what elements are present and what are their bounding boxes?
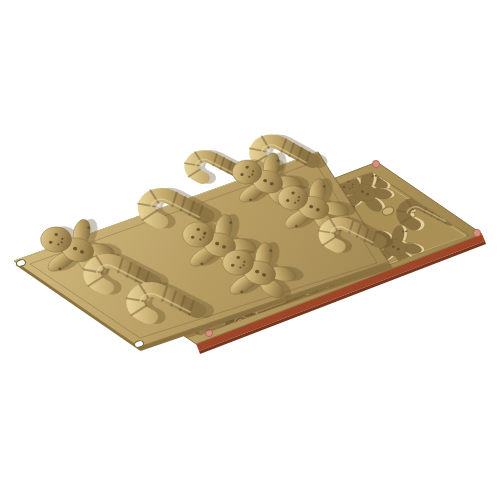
mold-scene xyxy=(0,0,500,500)
pink-corner-dot xyxy=(473,229,480,236)
front-mold-surface-dot xyxy=(204,232,207,235)
front-mold xyxy=(14,126,390,351)
pink-corner-dot xyxy=(372,160,379,167)
product-photo xyxy=(0,0,500,500)
